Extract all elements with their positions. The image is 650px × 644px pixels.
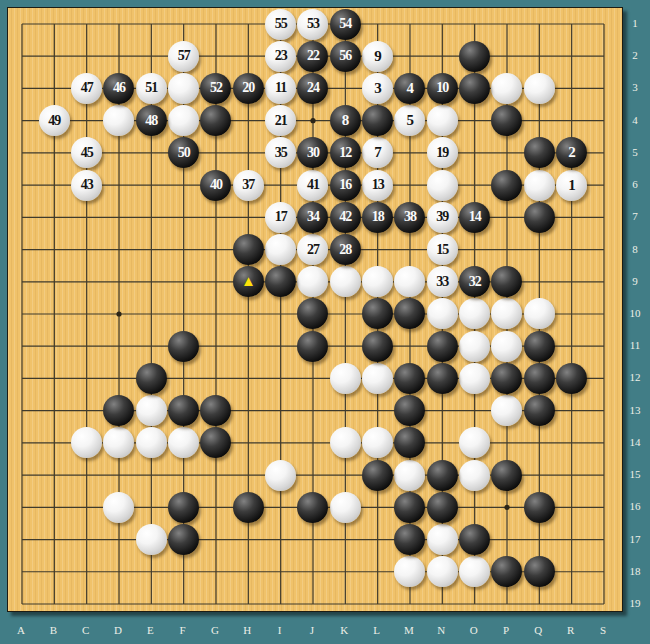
move-number-label: 35 xyxy=(275,146,287,160)
black-stone-H16 xyxy=(233,492,264,523)
move-number-label: 3 xyxy=(374,81,381,96)
black-stone-Q11 xyxy=(524,331,555,362)
column-label-D: D xyxy=(114,625,122,636)
black-stone-O17 xyxy=(459,524,490,555)
white-stone-E14 xyxy=(136,427,167,458)
black-stone-K4: 8 xyxy=(330,105,361,136)
black-stone-L15 xyxy=(362,460,393,491)
white-stone-P11 xyxy=(491,331,522,362)
black-stone-H3: 20 xyxy=(233,73,264,104)
column-label-E: E xyxy=(147,625,154,636)
white-stone-N18 xyxy=(427,556,458,587)
white-stone-N17 xyxy=(427,524,458,555)
white-stone-F2: 57 xyxy=(168,41,199,72)
white-stone-M15 xyxy=(394,460,425,491)
white-stone-L2: 9 xyxy=(362,41,393,72)
move-number-label: 5 xyxy=(406,113,413,128)
star-point xyxy=(310,118,315,123)
row-label-8: 8 xyxy=(632,243,638,254)
black-stone-Q7 xyxy=(524,202,555,233)
black-stone-F17 xyxy=(168,524,199,555)
row-label-1: 1 xyxy=(632,18,638,29)
move-number-label: 22 xyxy=(307,49,319,63)
black-stone-K5: 12 xyxy=(330,137,361,168)
goban[interactable]: 5553572394751113492154535719433741131173… xyxy=(7,7,623,612)
black-stone-Q13 xyxy=(524,395,555,426)
column-label-L: L xyxy=(373,625,380,636)
column-label-H: H xyxy=(243,625,251,636)
row-label-5: 5 xyxy=(632,146,638,157)
white-stone-K16 xyxy=(330,492,361,523)
move-number-label: 37 xyxy=(242,178,254,192)
move-number-label: 23 xyxy=(275,49,287,63)
white-stone-L6: 13 xyxy=(362,170,393,201)
white-stone-F3 xyxy=(168,73,199,104)
move-number-label: 14 xyxy=(469,210,481,224)
black-stone-Q16 xyxy=(524,492,555,523)
row-label-17: 17 xyxy=(630,533,641,544)
row-label-10: 10 xyxy=(630,307,641,318)
move-number-label: 32 xyxy=(469,275,481,289)
move-number-label: 15 xyxy=(436,243,448,257)
white-stone-N4 xyxy=(427,105,458,136)
black-stone-O7: 14 xyxy=(459,202,490,233)
white-stone-I7: 17 xyxy=(265,202,296,233)
move-number-label: 56 xyxy=(339,49,351,63)
column-label-M: M xyxy=(404,625,414,636)
move-number-label: 11 xyxy=(275,81,286,95)
white-stone-N8: 15 xyxy=(427,234,458,265)
column-label-J: J xyxy=(310,625,314,636)
black-stone-E4: 48 xyxy=(136,105,167,136)
move-number-label: 43 xyxy=(81,178,93,192)
move-number-label: 45 xyxy=(81,146,93,160)
move-number-label: 12 xyxy=(339,146,351,160)
move-number-label: 33 xyxy=(436,275,448,289)
move-number-label: 46 xyxy=(113,81,125,95)
white-stone-N9: 33 xyxy=(427,266,458,297)
white-stone-Q3 xyxy=(524,73,555,104)
white-stone-R6: 1 xyxy=(556,170,587,201)
move-number-label: 42 xyxy=(339,210,351,224)
black-stone-J2: 22 xyxy=(297,41,328,72)
row-label-19: 19 xyxy=(630,597,641,608)
move-number-label: 54 xyxy=(339,17,351,31)
white-stone-K14 xyxy=(330,427,361,458)
black-stone-F11 xyxy=(168,331,199,362)
row-label-4: 4 xyxy=(632,114,638,125)
move-number-label: 2 xyxy=(568,145,575,160)
triangle-marker: ▲ xyxy=(241,274,256,289)
white-stone-L12 xyxy=(362,363,393,394)
white-stone-E3: 51 xyxy=(136,73,167,104)
row-label-6: 6 xyxy=(632,179,638,190)
white-stone-N6 xyxy=(427,170,458,201)
black-stone-G6: 40 xyxy=(200,170,231,201)
move-number-label: 16 xyxy=(339,178,351,192)
row-label-3: 3 xyxy=(632,82,638,93)
move-number-label: 30 xyxy=(307,146,319,160)
white-stone-E13 xyxy=(136,395,167,426)
move-number-label: 20 xyxy=(242,81,254,95)
white-stone-N7: 39 xyxy=(427,202,458,233)
white-stone-I1: 55 xyxy=(265,9,296,40)
move-number-label: 50 xyxy=(178,146,190,160)
move-number-label: 1 xyxy=(568,178,575,193)
move-number-label: 51 xyxy=(145,81,157,95)
column-label-R: R xyxy=(567,625,574,636)
column-label-S: S xyxy=(600,625,606,636)
move-number-label: 7 xyxy=(374,145,381,160)
white-stone-C3: 47 xyxy=(71,73,102,104)
white-stone-I2: 23 xyxy=(265,41,296,72)
white-stone-I15 xyxy=(265,460,296,491)
move-number-label: 4 xyxy=(406,81,413,96)
black-stone-K8: 28 xyxy=(330,234,361,265)
row-label-18: 18 xyxy=(630,565,641,576)
black-stone-H8 xyxy=(233,234,264,265)
move-number-label: 28 xyxy=(339,243,351,257)
black-stone-P6 xyxy=(491,170,522,201)
column-label-C: C xyxy=(82,625,89,636)
black-stone-L7: 18 xyxy=(362,202,393,233)
row-label-7: 7 xyxy=(632,211,638,222)
column-label-K: K xyxy=(340,625,348,636)
black-stone-Q12 xyxy=(524,363,555,394)
column-label-P: P xyxy=(503,625,509,636)
white-stone-N5: 19 xyxy=(427,137,458,168)
white-stone-B4: 49 xyxy=(39,105,70,136)
move-number-label: 21 xyxy=(275,114,287,128)
white-stone-Q6 xyxy=(524,170,555,201)
column-label-A: A xyxy=(17,625,25,636)
row-label-13: 13 xyxy=(630,404,641,415)
move-number-label: 53 xyxy=(307,17,319,31)
star-point xyxy=(116,311,121,316)
black-stone-E12 xyxy=(136,363,167,394)
move-number-label: 34 xyxy=(307,210,319,224)
row-label-14: 14 xyxy=(630,436,641,447)
white-stone-K9 xyxy=(330,266,361,297)
move-number-label: 40 xyxy=(210,178,222,192)
white-stone-L3: 3 xyxy=(362,73,393,104)
black-stone-N11 xyxy=(427,331,458,362)
black-stone-P15 xyxy=(491,460,522,491)
move-number-label: 52 xyxy=(210,81,222,95)
black-stone-R12 xyxy=(556,363,587,394)
row-label-12: 12 xyxy=(630,372,641,383)
white-stone-C6: 43 xyxy=(71,170,102,201)
move-number-label: 41 xyxy=(307,178,319,192)
black-stone-K6: 16 xyxy=(330,170,361,201)
black-stone-J11 xyxy=(297,331,328,362)
row-label-9: 9 xyxy=(632,275,638,286)
black-stone-N15 xyxy=(427,460,458,491)
white-stone-O12 xyxy=(459,363,490,394)
black-stone-K7: 42 xyxy=(330,202,361,233)
go-kifu-screen: 5553572394751113492154535719433741131173… xyxy=(0,0,650,644)
move-number-label: 19 xyxy=(436,146,448,160)
white-stone-O11 xyxy=(459,331,490,362)
black-stone-Q5 xyxy=(524,137,555,168)
white-stone-J6: 41 xyxy=(297,170,328,201)
black-stone-N3: 10 xyxy=(427,73,458,104)
black-stone-N16 xyxy=(427,492,458,523)
move-number-label: 39 xyxy=(436,210,448,224)
column-label-O: O xyxy=(470,625,478,636)
black-stone-F16 xyxy=(168,492,199,523)
black-stone-N12 xyxy=(427,363,458,394)
white-stone-O15 xyxy=(459,460,490,491)
black-stone-O3 xyxy=(459,73,490,104)
row-label-11: 11 xyxy=(630,340,641,351)
row-label-2: 2 xyxy=(632,50,638,61)
white-stone-K12 xyxy=(330,363,361,394)
move-number-label: 57 xyxy=(178,49,190,63)
black-stone-L11 xyxy=(362,331,393,362)
move-number-label: 17 xyxy=(275,210,287,224)
move-number-label: 48 xyxy=(145,114,157,128)
move-number-label: 8 xyxy=(342,113,349,128)
black-stone-H9: ▲ xyxy=(233,266,264,297)
move-number-label: 49 xyxy=(48,114,60,128)
black-stone-K2: 56 xyxy=(330,41,361,72)
white-stone-I3: 11 xyxy=(265,73,296,104)
black-stone-K1: 54 xyxy=(330,9,361,40)
move-number-label: 13 xyxy=(372,178,384,192)
move-number-label: 27 xyxy=(307,243,319,257)
column-label-Q: Q xyxy=(534,625,542,636)
move-number-label: 55 xyxy=(275,17,287,31)
move-number-label: 24 xyxy=(307,81,319,95)
column-label-F: F xyxy=(180,625,186,636)
white-stone-J1: 53 xyxy=(297,9,328,40)
star-point xyxy=(504,505,509,510)
move-number-label: 18 xyxy=(372,210,384,224)
move-number-label: 9 xyxy=(374,49,381,64)
black-stone-Q18 xyxy=(524,556,555,587)
move-number-label: 47 xyxy=(81,81,93,95)
column-label-G: G xyxy=(211,625,219,636)
white-stone-E17 xyxy=(136,524,167,555)
column-label-I: I xyxy=(278,625,282,636)
column-label-N: N xyxy=(437,625,445,636)
move-number-label: 38 xyxy=(404,210,416,224)
move-number-label: 10 xyxy=(436,81,448,95)
white-stone-I8 xyxy=(265,234,296,265)
column-label-B: B xyxy=(50,625,57,636)
row-label-16: 16 xyxy=(630,501,641,512)
white-stone-H6: 37 xyxy=(233,170,264,201)
black-stone-O2 xyxy=(459,41,490,72)
row-label-15: 15 xyxy=(630,469,641,480)
